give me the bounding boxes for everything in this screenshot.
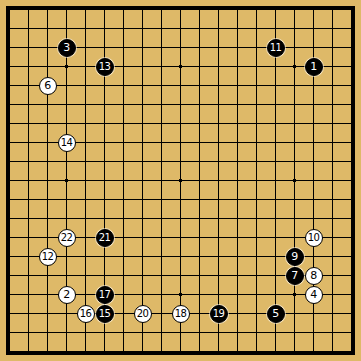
stone-black-21[interactable]: 21 bbox=[96, 229, 114, 247]
hoshi-point bbox=[65, 179, 68, 182]
grid-line-vertical bbox=[256, 9, 257, 352]
stone-black-11[interactable]: 11 bbox=[267, 39, 285, 57]
stone-black-1[interactable]: 1 bbox=[305, 58, 323, 76]
go-board[interactable]: 12345678910111213141516171819202122 bbox=[0, 0, 361, 361]
stone-black-7[interactable]: 7 bbox=[286, 267, 304, 285]
grid-line-horizontal bbox=[9, 332, 352, 333]
stone-black-13[interactable]: 13 bbox=[96, 58, 114, 76]
stone-white-6[interactable]: 6 bbox=[39, 77, 57, 95]
stone-white-2[interactable]: 2 bbox=[58, 286, 76, 304]
stone-white-20[interactable]: 20 bbox=[134, 305, 152, 323]
stone-white-18[interactable]: 18 bbox=[172, 305, 190, 323]
grid-line-horizontal bbox=[9, 351, 352, 352]
grid-line-vertical bbox=[237, 9, 238, 352]
stone-black-15[interactable]: 15 bbox=[96, 305, 114, 323]
hoshi-point bbox=[293, 65, 296, 68]
stone-white-10[interactable]: 10 bbox=[305, 229, 323, 247]
stone-white-8[interactable]: 8 bbox=[305, 267, 323, 285]
hoshi-point bbox=[179, 65, 182, 68]
hoshi-point bbox=[179, 179, 182, 182]
grid-line-vertical bbox=[218, 9, 219, 352]
stone-white-12[interactable]: 12 bbox=[39, 248, 57, 266]
stone-black-5[interactable]: 5 bbox=[267, 305, 285, 323]
stone-black-17[interactable]: 17 bbox=[96, 286, 114, 304]
hoshi-point bbox=[65, 65, 68, 68]
grid-line-horizontal bbox=[9, 199, 352, 200]
stone-white-22[interactable]: 22 bbox=[58, 229, 76, 247]
grid-line-vertical bbox=[199, 9, 200, 352]
grid-line-vertical bbox=[275, 9, 276, 352]
stone-black-3[interactable]: 3 bbox=[58, 39, 76, 57]
hoshi-point bbox=[293, 179, 296, 182]
stone-white-4[interactable]: 4 bbox=[305, 286, 323, 304]
stone-white-14[interactable]: 14 bbox=[58, 134, 76, 152]
hoshi-point bbox=[293, 293, 296, 296]
hoshi-point bbox=[179, 293, 182, 296]
grid-line-vertical bbox=[332, 9, 333, 352]
stone-black-9[interactable]: 9 bbox=[286, 248, 304, 266]
stone-black-19[interactable]: 19 bbox=[210, 305, 228, 323]
grid-line-horizontal bbox=[9, 218, 352, 219]
stone-white-16[interactable]: 16 bbox=[77, 305, 95, 323]
grid-line-vertical bbox=[351, 9, 352, 352]
